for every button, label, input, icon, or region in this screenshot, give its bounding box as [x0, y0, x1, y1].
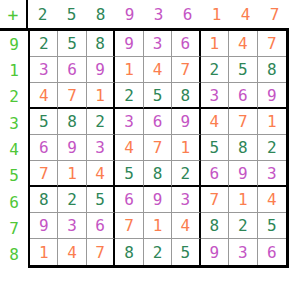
grid-cell-r7c9: 4 [258, 187, 286, 213]
grid-cell-r4c9: 1 [258, 109, 286, 135]
grid-cell-r9c5: 2 [144, 239, 172, 265]
grid-cell-r3c6: 8 [172, 83, 200, 109]
grid-cell-r6c3: 4 [87, 161, 115, 187]
grid-cell-r2c5: 4 [144, 57, 172, 83]
column-header-6: 6 [173, 0, 202, 28]
grid-cell-r6c2: 1 [58, 161, 86, 187]
grid-cell-r4c6: 9 [172, 109, 200, 135]
grid-cell-r4c4: 3 [115, 109, 143, 135]
column-header-7: 1 [202, 0, 231, 28]
column-header-9: 7 [260, 0, 289, 28]
grid-cell-r1c2: 5 [58, 31, 86, 57]
grid-cell-r9c3: 7 [87, 239, 115, 265]
row-header-1: 9 [0, 31, 28, 57]
grid-cell-r3c3: 1 [87, 83, 115, 109]
column-header-8: 4 [231, 0, 260, 28]
board-body: 912345678 258936147369147258471258369582… [0, 31, 289, 268]
grid-cell-r6c8: 9 [229, 161, 257, 187]
grid-cell-r9c4: 8 [115, 239, 143, 265]
grid-cell-r3c4: 2 [115, 83, 143, 109]
grid-cell-r4c8: 7 [229, 109, 257, 135]
grid-cell-r7c5: 9 [144, 187, 172, 213]
grid-cell-r9c2: 4 [58, 239, 86, 265]
row-header-2: 1 [0, 57, 28, 83]
column-header-1: 2 [28, 0, 57, 28]
column-header-2: 5 [57, 0, 86, 28]
grid-cell-r7c7: 7 [201, 187, 229, 213]
grid-cell-r5c4: 4 [115, 135, 143, 161]
grid-cell-r8c2: 3 [58, 213, 86, 239]
grid-cell-r1c5: 3 [144, 31, 172, 57]
row-header-9: 8 [0, 242, 28, 268]
grid-cell-r5c5: 7 [144, 135, 172, 161]
grid-cell-r2c7: 2 [201, 57, 229, 83]
grid-cell-r3c5: 5 [144, 83, 172, 109]
grid-cell-r8c3: 6 [87, 213, 115, 239]
grid-cell-r2c4: 1 [115, 57, 143, 83]
row-header-3: 2 [0, 84, 28, 110]
grid-cell-r5c6: 1 [172, 135, 200, 161]
grid-cell-r1c4: 9 [115, 31, 143, 57]
grid-cell-r7c1: 8 [30, 187, 58, 213]
grid-cell-r5c1: 6 [30, 135, 58, 161]
grid-cell-r1c9: 7 [258, 31, 286, 57]
grid-cell-r9c7: 9 [201, 239, 229, 265]
grid-cell-r3c1: 4 [30, 83, 58, 109]
grid-cell-r2c3: 9 [87, 57, 115, 83]
grid-cell-r4c1: 5 [30, 109, 58, 135]
grid-cell-r2c1: 3 [30, 57, 58, 83]
grid-cell-r3c9: 9 [258, 83, 286, 109]
grid-cell-r1c8: 4 [229, 31, 257, 57]
row-header-7: 6 [0, 189, 28, 215]
sudoku-grid: 2589361473691472584712583695823694716934… [28, 31, 289, 268]
grid-cell-r1c1: 2 [30, 31, 58, 57]
grid-cell-r8c1: 9 [30, 213, 58, 239]
grid-cell-r6c5: 8 [144, 161, 172, 187]
grid-cell-r8c6: 4 [172, 213, 200, 239]
grid-cell-r3c8: 6 [229, 83, 257, 109]
grid-cell-r6c7: 6 [201, 161, 229, 187]
grid-cell-r8c5: 1 [144, 213, 172, 239]
row-header-column: 912345678 [0, 31, 28, 268]
grid-cell-r8c7: 8 [201, 213, 229, 239]
row-header-6: 5 [0, 163, 28, 189]
grid-cell-r5c9: 2 [258, 135, 286, 161]
corner-plus-label: + [0, 0, 28, 28]
grid-cell-r1c6: 6 [172, 31, 200, 57]
grid-cell-r7c4: 6 [115, 187, 143, 213]
grid-cell-r8c8: 2 [229, 213, 257, 239]
grid-cell-r3c2: 7 [58, 83, 86, 109]
grid-cell-r9c8: 3 [229, 239, 257, 265]
row-header-4: 3 [0, 110, 28, 136]
grid-cell-r6c4: 5 [115, 161, 143, 187]
grid-cell-r7c3: 5 [87, 187, 115, 213]
grid-cell-r8c4: 7 [115, 213, 143, 239]
grid-cell-r5c3: 3 [87, 135, 115, 161]
grid-cell-r1c7: 1 [201, 31, 229, 57]
row-header-5: 4 [0, 136, 28, 162]
grid-cell-r6c1: 7 [30, 161, 58, 187]
addition-table-board: + 258936147 912345678 258936147369147258… [0, 0, 289, 268]
grid-cell-r4c7: 4 [201, 109, 229, 135]
grid-cell-r4c2: 8 [58, 109, 86, 135]
column-header-4: 9 [115, 0, 144, 28]
column-header-3: 8 [86, 0, 115, 28]
grid-cell-r4c3: 2 [87, 109, 115, 135]
grid-cell-r1c3: 8 [87, 31, 115, 57]
grid-cell-r2c2: 6 [58, 57, 86, 83]
grid-cell-r7c2: 2 [58, 187, 86, 213]
grid-cell-r9c6: 5 [172, 239, 200, 265]
grid-cell-r6c6: 2 [172, 161, 200, 187]
grid-cell-r8c9: 5 [258, 213, 286, 239]
grid-cell-r7c6: 3 [172, 187, 200, 213]
grid-cell-r9c9: 6 [258, 239, 286, 265]
grid-cell-r7c8: 1 [229, 187, 257, 213]
row-header-8: 7 [0, 215, 28, 241]
grid-cell-r2c6: 7 [172, 57, 200, 83]
grid-cell-r5c7: 5 [201, 135, 229, 161]
grid-cell-r3c7: 3 [201, 83, 229, 109]
column-header-5: 3 [144, 0, 173, 28]
grid-cell-r6c9: 3 [258, 161, 286, 187]
grid-cell-r5c8: 8 [229, 135, 257, 161]
grid-cell-r4c5: 6 [144, 109, 172, 135]
grid-cell-r9c1: 1 [30, 239, 58, 265]
grid-cell-r2c9: 8 [258, 57, 286, 83]
grid-cell-r5c2: 9 [58, 135, 86, 161]
column-header-row: + 258936147 [0, 0, 289, 31]
grid-cell-r2c8: 5 [229, 57, 257, 83]
